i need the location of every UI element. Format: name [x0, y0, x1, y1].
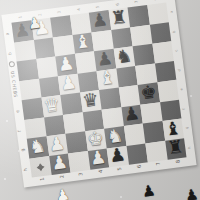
- square-a6[interactable]: ♜: [108, 8, 130, 30]
- square-f6[interactable]: ♟: [121, 104, 143, 126]
- square-c6[interactable]: ♞: [113, 46, 135, 68]
- square-h4[interactable]: ♟: [87, 148, 109, 170]
- piece-black-knight[interactable]: ♞: [115, 46, 133, 66]
- top-label-8: 8: [153, 0, 158, 1]
- right-label-a: a: [169, 11, 173, 14]
- captured-white-pawn[interactable]: ♟: [55, 187, 70, 200]
- square-f7[interactable]: [140, 102, 162, 124]
- piece-black-rook[interactable]: ♜: [110, 8, 128, 28]
- square-g7[interactable]: [143, 121, 165, 143]
- piece-white-bishop[interactable]: ♝: [74, 32, 92, 52]
- square-h8[interactable]: ♜: [165, 138, 187, 160]
- square-a8[interactable]: [147, 2, 169, 24]
- piece-black-queen[interactable]: ♛: [81, 90, 99, 110]
- square-d5[interactable]: ♝: [96, 68, 118, 90]
- square-b2[interactable]: [33, 37, 55, 59]
- piece-black-pawn[interactable]: ♟: [108, 145, 126, 165]
- square-a5[interactable]: ♟: [89, 10, 111, 32]
- left-label-e: e: [15, 110, 20, 113]
- square-c7[interactable]: [133, 44, 155, 66]
- dust-speck: [190, 95, 192, 97]
- piece-white-pawn[interactable]: ♟: [50, 153, 68, 173]
- left-label-b: b: [7, 52, 12, 55]
- compass-arrows-logo-icon: [33, 159, 49, 175]
- square-e8[interactable]: [157, 80, 179, 102]
- square-h6[interactable]: [126, 143, 148, 165]
- bottom-label-5: 5: [116, 167, 122, 171]
- square-a7[interactable]: [127, 5, 149, 27]
- square-h3[interactable]: [68, 151, 90, 173]
- left-label-d: d: [12, 90, 17, 93]
- captured-white-pawn[interactable]: ♟: [27, 15, 42, 32]
- left-label-f: f: [17, 130, 22, 132]
- right-label-b: b: [172, 30, 176, 33]
- right-label-e: e: [180, 88, 184, 91]
- square-e1[interactable]: [22, 98, 44, 120]
- right-label-c: c: [174, 49, 178, 51]
- square-e5[interactable]: [99, 87, 121, 109]
- piece-black-pawn[interactable]: ♟: [90, 10, 108, 30]
- piece-white-knight[interactable]: ♞: [28, 136, 46, 156]
- square-c4[interactable]: [75, 51, 97, 73]
- photo-background: ♟♟♟♜♝♟♟♞♟♝♛♛♚♟♞♟♚♞♝♟♟♟♜ US CHESS 1234567…: [0, 0, 200, 200]
- square-b1[interactable]: [14, 40, 36, 62]
- square-h5[interactable]: ♟: [107, 145, 129, 167]
- square-e3[interactable]: [60, 93, 82, 115]
- captured-black-pawn[interactable]: ♟: [184, 187, 199, 200]
- bottom-label-1: 1: [39, 177, 45, 181]
- right-label-h: h: [187, 146, 191, 149]
- piece-black-rook[interactable]: ♜: [166, 138, 184, 158]
- square-a3[interactable]: [50, 15, 72, 37]
- bottom-label-8: 8: [174, 159, 180, 163]
- left-label-h: h: [22, 168, 27, 171]
- piece-black-king[interactable]: ♚: [139, 82, 157, 102]
- piece-white-pawn[interactable]: ♟: [59, 73, 77, 93]
- square-g3[interactable]: [65, 131, 87, 153]
- captured-black-pawn[interactable]: ♟: [141, 183, 156, 200]
- square-b7[interactable]: [130, 24, 152, 46]
- bottom-label-3: 3: [77, 172, 83, 176]
- us-chess-circle-logo-icon: [9, 61, 16, 68]
- square-e7[interactable]: ♚: [138, 82, 160, 104]
- dust-speck: [120, 196, 122, 198]
- square-c1[interactable]: [17, 59, 39, 81]
- square-g6[interactable]: [123, 124, 145, 146]
- square-d3[interactable]: ♟: [58, 73, 80, 95]
- dust-speck: [4, 178, 6, 180]
- square-h2[interactable]: ♟: [49, 153, 71, 175]
- bottom-label-7: 7: [155, 162, 161, 166]
- left-label-g: g: [20, 148, 25, 151]
- square-d1[interactable]: [19, 78, 41, 100]
- bottom-label-4: 4: [97, 170, 103, 174]
- square-c2[interactable]: [36, 56, 58, 78]
- top-label-7: 7: [133, 0, 138, 3]
- piece-black-pawn[interactable]: ♟: [123, 104, 141, 124]
- bottom-label-6: 6: [135, 165, 141, 169]
- piece-white-bishop[interactable]: ♝: [98, 68, 116, 88]
- square-g1[interactable]: ♞: [27, 136, 49, 158]
- square-h7[interactable]: [145, 140, 167, 162]
- left-label-a: a: [5, 32, 10, 35]
- right-label-f: f: [182, 108, 186, 110]
- square-e4[interactable]: ♛: [80, 90, 102, 112]
- square-e2[interactable]: ♛: [41, 95, 63, 117]
- square-b4[interactable]: ♝: [72, 32, 94, 54]
- piece-white-queen[interactable]: ♛: [43, 95, 61, 115]
- right-label-g: g: [185, 126, 189, 129]
- square-c8[interactable]: [152, 41, 174, 63]
- square-d8[interactable]: [154, 60, 176, 82]
- bottom-label-2: 2: [58, 175, 64, 179]
- top-label-4: 4: [75, 8, 80, 11]
- square-b8[interactable]: [149, 22, 171, 44]
- top-label-3: 3: [56, 10, 61, 13]
- dust-speck: [6, 120, 8, 122]
- right-label-d: d: [177, 68, 181, 71]
- square-f3[interactable]: [63, 112, 85, 134]
- piece-white-pawn[interactable]: ♟: [89, 148, 107, 168]
- square-d6[interactable]: [116, 66, 138, 88]
